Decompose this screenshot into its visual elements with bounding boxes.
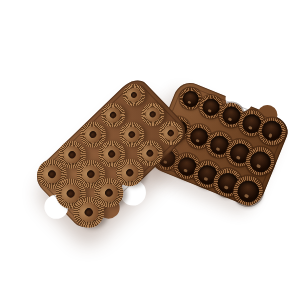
product-photo	[0, 0, 300, 300]
crown-grid	[30, 74, 136, 177]
mold-tray-front	[30, 74, 192, 234]
